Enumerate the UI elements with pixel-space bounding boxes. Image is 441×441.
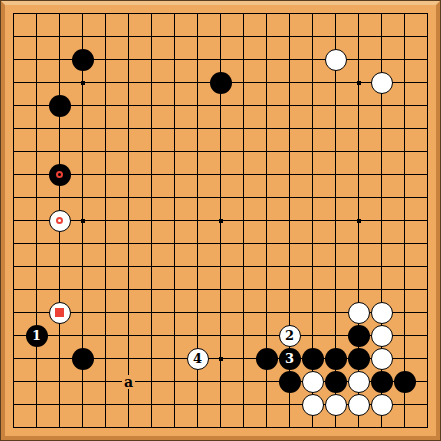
white-stone bbox=[325, 49, 347, 71]
hoshi-point bbox=[357, 81, 361, 85]
circle-mark bbox=[56, 171, 63, 178]
white-stone bbox=[371, 72, 393, 94]
white-stone bbox=[348, 302, 370, 324]
hoshi-point bbox=[219, 219, 223, 223]
white-stone bbox=[348, 371, 370, 393]
square-mark bbox=[55, 308, 64, 317]
hoshi-point bbox=[81, 219, 85, 223]
hoshi-point bbox=[81, 81, 85, 85]
white-stone bbox=[371, 302, 393, 324]
black-stone: 3 bbox=[279, 348, 301, 370]
black-stone bbox=[348, 348, 370, 370]
black-stone bbox=[325, 348, 347, 370]
hoshi-point bbox=[357, 219, 361, 223]
move-number-label: 4 bbox=[193, 352, 202, 365]
black-stone bbox=[210, 72, 232, 94]
black-stone bbox=[256, 348, 278, 370]
white-stone bbox=[302, 371, 324, 393]
white-stone bbox=[371, 348, 393, 370]
white-stone bbox=[325, 394, 347, 416]
white-stone bbox=[371, 325, 393, 347]
white-stone: 2 bbox=[279, 325, 301, 347]
go-board: 1342a bbox=[0, 0, 441, 441]
black-stone bbox=[394, 371, 416, 393]
black-stone bbox=[49, 95, 71, 117]
black-stone bbox=[72, 49, 94, 71]
white-stone bbox=[49, 210, 71, 232]
move-number-label: 1 bbox=[32, 329, 41, 342]
black-stone bbox=[302, 348, 324, 370]
black-stone bbox=[371, 371, 393, 393]
black-stone bbox=[72, 348, 94, 370]
board-cells: 1342a bbox=[2, 2, 439, 439]
circle-mark bbox=[56, 217, 63, 224]
point-label-a: a bbox=[122, 375, 135, 389]
white-stone bbox=[371, 394, 393, 416]
black-stone bbox=[325, 371, 347, 393]
black-stone bbox=[279, 371, 301, 393]
black-stone bbox=[348, 325, 370, 347]
white-stone bbox=[49, 302, 71, 324]
hoshi-point bbox=[219, 357, 223, 361]
white-stone bbox=[302, 394, 324, 416]
white-stone: 4 bbox=[187, 348, 209, 370]
black-stone: 1 bbox=[26, 325, 48, 347]
move-number-label: 2 bbox=[285, 329, 294, 342]
white-stone bbox=[348, 394, 370, 416]
black-stone bbox=[49, 164, 71, 186]
move-number-label: 3 bbox=[285, 352, 294, 365]
